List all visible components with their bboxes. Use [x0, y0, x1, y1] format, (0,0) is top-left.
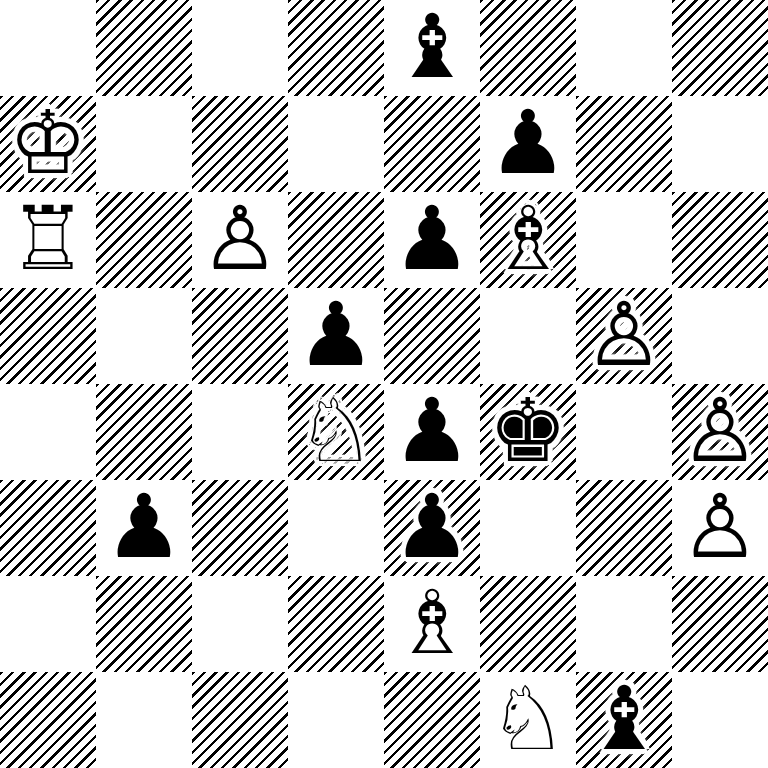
- square-f7[interactable]: ♟: [480, 96, 576, 192]
- square-e7[interactable]: [384, 96, 480, 192]
- black-pawn[interactable]: ♟: [288, 288, 384, 384]
- square-a8[interactable]: [0, 0, 96, 96]
- square-b6[interactable]: [96, 192, 192, 288]
- white-king[interactable]: ♔: [0, 96, 96, 192]
- square-a2[interactable]: [0, 576, 96, 672]
- square-f1[interactable]: ♘: [480, 672, 576, 768]
- square-f6[interactable]: ♗: [480, 192, 576, 288]
- square-g5[interactable]: ♙: [576, 288, 672, 384]
- square-b8[interactable]: [96, 0, 192, 96]
- square-c6[interactable]: ♙: [192, 192, 288, 288]
- square-h7[interactable]: [672, 96, 768, 192]
- square-c1[interactable]: [192, 672, 288, 768]
- square-b7[interactable]: [96, 96, 192, 192]
- square-f2[interactable]: [480, 576, 576, 672]
- black-bishop[interactable]: ♝: [576, 672, 672, 768]
- black-king[interactable]: ♚: [480, 384, 576, 480]
- square-a6[interactable]: ♖: [0, 192, 96, 288]
- black-pawn[interactable]: ♟: [480, 96, 576, 192]
- white-pawn[interactable]: ♙: [576, 288, 672, 384]
- white-rook[interactable]: ♖: [0, 192, 96, 288]
- square-g1[interactable]: ♝: [576, 672, 672, 768]
- square-b1[interactable]: [96, 672, 192, 768]
- square-a4[interactable]: [0, 384, 96, 480]
- square-g3[interactable]: [576, 480, 672, 576]
- square-a1[interactable]: [0, 672, 96, 768]
- square-c2[interactable]: [192, 576, 288, 672]
- square-d3[interactable]: [288, 480, 384, 576]
- square-e4[interactable]: ♟: [384, 384, 480, 480]
- square-c5[interactable]: [192, 288, 288, 384]
- square-b4[interactable]: [96, 384, 192, 480]
- white-pawn[interactable]: ♙: [192, 192, 288, 288]
- chess-board: ♝♔♟♖♙♟♗♟♙♘♟♚♙♟♟♙♗♘♝: [0, 0, 768, 768]
- square-g7[interactable]: [576, 96, 672, 192]
- square-e6[interactable]: ♟: [384, 192, 480, 288]
- square-e1[interactable]: [384, 672, 480, 768]
- square-d6[interactable]: [288, 192, 384, 288]
- square-g8[interactable]: [576, 0, 672, 96]
- black-bishop[interactable]: ♝: [384, 0, 480, 96]
- square-h3[interactable]: ♙: [672, 480, 768, 576]
- square-e3[interactable]: ♟: [384, 480, 480, 576]
- square-e8[interactable]: ♝: [384, 0, 480, 96]
- square-b2[interactable]: [96, 576, 192, 672]
- square-c4[interactable]: [192, 384, 288, 480]
- square-g6[interactable]: [576, 192, 672, 288]
- square-b5[interactable]: [96, 288, 192, 384]
- square-d8[interactable]: [288, 0, 384, 96]
- white-bishop[interactable]: ♗: [384, 576, 480, 672]
- square-g4[interactable]: [576, 384, 672, 480]
- square-h6[interactable]: [672, 192, 768, 288]
- square-c8[interactable]: [192, 0, 288, 96]
- square-f5[interactable]: [480, 288, 576, 384]
- square-h5[interactable]: [672, 288, 768, 384]
- square-a3[interactable]: [0, 480, 96, 576]
- black-pawn[interactable]: ♟: [384, 192, 480, 288]
- square-e5[interactable]: [384, 288, 480, 384]
- white-bishop[interactable]: ♗: [480, 192, 576, 288]
- square-e2[interactable]: ♗: [384, 576, 480, 672]
- square-h8[interactable]: [672, 0, 768, 96]
- square-c7[interactable]: [192, 96, 288, 192]
- white-pawn[interactable]: ♙: [672, 480, 768, 576]
- black-pawn[interactable]: ♟: [384, 384, 480, 480]
- square-d2[interactable]: [288, 576, 384, 672]
- square-f4[interactable]: ♚: [480, 384, 576, 480]
- square-d1[interactable]: [288, 672, 384, 768]
- white-knight[interactable]: ♘: [480, 672, 576, 768]
- white-pawn[interactable]: ♙: [672, 384, 768, 480]
- square-a7[interactable]: ♔: [0, 96, 96, 192]
- white-knight[interactable]: ♘: [288, 384, 384, 480]
- square-h2[interactable]: [672, 576, 768, 672]
- square-g2[interactable]: [576, 576, 672, 672]
- square-d5[interactable]: ♟: [288, 288, 384, 384]
- square-d7[interactable]: [288, 96, 384, 192]
- square-f3[interactable]: [480, 480, 576, 576]
- square-f8[interactable]: [480, 0, 576, 96]
- black-pawn[interactable]: ♟: [384, 480, 480, 576]
- black-pawn[interactable]: ♟: [96, 480, 192, 576]
- square-h1[interactable]: [672, 672, 768, 768]
- square-a5[interactable]: [0, 288, 96, 384]
- square-c3[interactable]: [192, 480, 288, 576]
- square-h4[interactable]: ♙: [672, 384, 768, 480]
- square-b3[interactable]: ♟: [96, 480, 192, 576]
- square-d4[interactable]: ♘: [288, 384, 384, 480]
